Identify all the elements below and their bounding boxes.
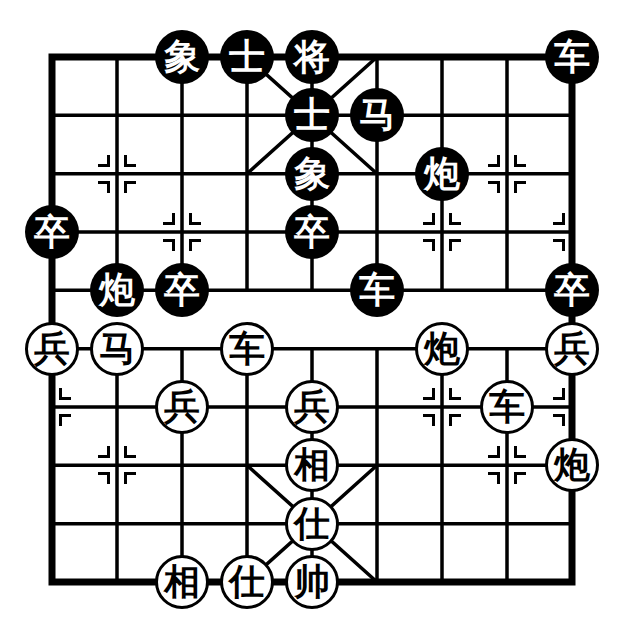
point-marker [163,213,175,225]
point-6-10[interactable] [345,553,410,611]
point-marker [488,181,500,193]
point-marker [449,414,461,426]
point-7-1[interactable] [410,28,475,86]
point-9-5[interactable]: 卒 [540,261,605,319]
piece-black-advisor[interactable]: 士 [285,88,339,142]
point-marker [488,155,500,167]
piece-red-soldier[interactable]: 兵 [25,322,79,376]
piece-red-general[interactable]: 帅 [285,555,339,609]
intersection-grid: 象士将车士马象炮卒卒炮卒车卒兵马车炮兵兵兵车相炮仕相仕帅 [20,28,605,611]
point-9-7[interactable] [540,378,605,436]
point-9-10[interactable] [540,553,605,611]
point-marker [514,155,526,167]
point-8-10[interactable] [475,553,540,611]
point-marker [124,472,136,484]
point-9-9[interactable] [540,495,605,553]
point-7-8[interactable] [410,436,475,494]
point-7-2[interactable] [410,86,475,144]
piece-red-chariot[interactable]: 车 [220,322,274,376]
point-marker [124,155,136,167]
point-4-9[interactable] [215,495,280,553]
piece-red-soldier[interactable]: 兵 [155,380,209,434]
point-1-7[interactable] [20,378,85,436]
point-4-10[interactable]: 仕 [215,553,280,611]
point-marker [59,414,71,426]
piece-red-soldier[interactable]: 兵 [285,380,339,434]
point-7-6[interactable]: 炮 [410,319,475,377]
point-8-3[interactable] [475,144,540,202]
point-marker [189,239,201,251]
piece-red-cannon[interactable]: 炮 [415,322,469,376]
point-1-3[interactable] [20,144,85,202]
point-8-9[interactable] [475,495,540,553]
point-3-1[interactable]: 象 [150,28,215,86]
point-marker [553,388,565,400]
point-8-5[interactable] [475,261,540,319]
point-2-7[interactable] [85,378,150,436]
point-1-10[interactable] [20,553,85,611]
point-1-2[interactable] [20,86,85,144]
point-6-8[interactable] [345,436,410,494]
point-marker [163,239,175,251]
point-8-4[interactable] [475,203,540,261]
piece-red-cannon[interactable]: 炮 [545,438,599,492]
piece-black-soldier[interactable]: 卒 [285,205,339,259]
piece-red-soldier[interactable]: 兵 [545,322,599,376]
point-2-1[interactable] [85,28,150,86]
point-6-7[interactable] [345,378,410,436]
point-6-1[interactable] [345,28,410,86]
point-8-7[interactable]: 车 [475,378,540,436]
point-1-8[interactable] [20,436,85,494]
piece-red-horse[interactable]: 马 [90,322,144,376]
point-2-2[interactable] [85,86,150,144]
point-marker [514,472,526,484]
point-5-9[interactable]: 仕 [280,495,345,553]
point-marker [98,472,110,484]
piece-black-chariot[interactable]: 车 [545,30,599,84]
point-9-6[interactable]: 兵 [540,319,605,377]
point-3-9[interactable] [150,495,215,553]
piece-black-general[interactable]: 将 [285,30,339,84]
point-2-5[interactable]: 炮 [85,261,150,319]
point-1-6[interactable]: 兵 [20,319,85,377]
point-marker [59,388,71,400]
point-3-4[interactable] [150,203,215,261]
point-4-2[interactable] [215,86,280,144]
piece-red-chariot[interactable]: 车 [480,380,534,434]
point-4-7[interactable] [215,378,280,436]
piece-red-elephant[interactable]: 相 [155,555,209,609]
point-6-5[interactable]: 车 [345,261,410,319]
point-4-5[interactable] [215,261,280,319]
point-marker [488,446,500,458]
point-2-4[interactable] [85,203,150,261]
piece-black-cannon[interactable]: 炮 [415,147,469,201]
point-5-10[interactable]: 帅 [280,553,345,611]
point-7-5[interactable] [410,261,475,319]
point-marker [449,213,461,225]
piece-black-elephant[interactable]: 象 [155,30,209,84]
piece-black-chariot[interactable]: 车 [350,263,404,317]
point-4-4[interactable] [215,203,280,261]
point-1-4[interactable]: 卒 [20,203,85,261]
point-marker [449,239,461,251]
point-3-8[interactable] [150,436,215,494]
point-2-10[interactable] [85,553,150,611]
point-4-8[interactable] [215,436,280,494]
point-3-10[interactable]: 相 [150,553,215,611]
point-marker [98,446,110,458]
piece-black-horse[interactable]: 马 [350,88,404,142]
point-1-5[interactable] [20,261,85,319]
point-6-9[interactable] [345,495,410,553]
point-marker [514,181,526,193]
point-marker [488,472,500,484]
point-marker [423,239,435,251]
point-8-2[interactable] [475,86,540,144]
point-marker [553,239,565,251]
point-5-7[interactable]: 兵 [280,378,345,436]
point-marker [423,213,435,225]
point-marker [514,446,526,458]
piece-red-advisor[interactable]: 仕 [285,497,339,551]
point-9-8[interactable]: 炮 [540,436,605,494]
point-marker [124,181,136,193]
point-1-9[interactable] [20,495,85,553]
point-6-2[interactable]: 马 [345,86,410,144]
point-1-1[interactable] [20,28,85,86]
point-marker [553,213,565,225]
point-3-6[interactable] [150,319,215,377]
point-6-6[interactable] [345,319,410,377]
point-marker [423,388,435,400]
point-8-1[interactable] [475,28,540,86]
point-5-1[interactable]: 将 [280,28,345,86]
piece-red-advisor[interactable]: 仕 [220,555,274,609]
piece-black-soldier[interactable]: 卒 [25,205,79,259]
point-4-3[interactable] [215,144,280,202]
point-marker [449,388,461,400]
piece-black-cannon[interactable]: 炮 [90,263,144,317]
piece-black-advisor[interactable]: 士 [220,30,274,84]
point-marker [423,414,435,426]
piece-black-soldier[interactable]: 卒 [155,263,209,317]
point-7-9[interactable] [410,495,475,553]
point-2-3[interactable] [85,144,150,202]
point-7-7[interactable] [410,378,475,436]
point-5-6[interactable] [280,319,345,377]
point-marker [98,155,110,167]
point-2-6[interactable]: 马 [85,319,150,377]
point-5-4[interactable]: 卒 [280,203,345,261]
point-6-3[interactable] [345,144,410,202]
point-8-6[interactable] [475,319,540,377]
point-6-4[interactable] [345,203,410,261]
point-marker [124,446,136,458]
point-3-7[interactable]: 兵 [150,378,215,436]
point-marker [553,414,565,426]
point-marker [98,181,110,193]
point-9-3[interactable] [540,144,605,202]
point-marker [189,213,201,225]
point-3-2[interactable] [150,86,215,144]
point-9-2[interactable] [540,86,605,144]
point-2-8[interactable] [85,436,150,494]
point-8-8[interactable] [475,436,540,494]
point-7-10[interactable] [410,553,475,611]
piece-red-elephant[interactable]: 相 [285,438,339,492]
point-3-5[interactable]: 卒 [150,261,215,319]
point-9-4[interactable] [540,203,605,261]
point-5-3[interactable]: 象 [280,144,345,202]
xiangqi-board: 象士将车士马象炮卒卒炮卒车卒兵马车炮兵兵兵车相炮仕相仕帅 [0,0,640,640]
point-7-4[interactable] [410,203,475,261]
point-5-5[interactable] [280,261,345,319]
point-4-6[interactable]: 车 [215,319,280,377]
point-4-1[interactable]: 士 [215,28,280,86]
point-9-1[interactable]: 车 [540,28,605,86]
point-2-9[interactable] [85,495,150,553]
point-5-2[interactable]: 士 [280,86,345,144]
point-7-3[interactable]: 炮 [410,144,475,202]
piece-black-soldier[interactable]: 卒 [545,263,599,317]
point-5-8[interactable]: 相 [280,436,345,494]
point-3-3[interactable] [150,144,215,202]
piece-black-elephant[interactable]: 象 [285,147,339,201]
